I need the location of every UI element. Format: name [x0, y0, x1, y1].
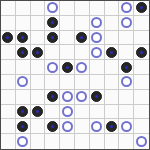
cell-r3c2[interactable]	[31, 45, 46, 60]
black-pearl-icon	[2, 32, 13, 43]
cell-r2c6[interactable]	[90, 31, 105, 46]
black-pearl-icon	[32, 106, 43, 117]
white-pearl-icon	[136, 136, 147, 147]
cell-r8c1[interactable]	[16, 119, 31, 134]
cell-r4c8[interactable]	[119, 60, 134, 75]
white-pearl-icon	[62, 121, 73, 132]
cell-r9c2[interactable]	[31, 134, 46, 149]
cell-r7c5[interactable]	[75, 105, 90, 120]
cell-r9c4[interactable]	[60, 134, 75, 149]
black-pearl-icon	[91, 91, 102, 102]
cell-r2c0[interactable]	[1, 31, 16, 46]
cell-r5c7[interactable]	[105, 75, 120, 90]
cell-r5c3[interactable]	[45, 75, 60, 90]
cell-r8c3[interactable]	[45, 119, 60, 134]
white-pearl-icon	[91, 17, 102, 28]
cell-r7c2[interactable]	[31, 105, 46, 120]
cell-r8c8[interactable]	[119, 119, 134, 134]
cell-r1c7[interactable]	[105, 16, 120, 31]
cell-r2c7[interactable]	[105, 31, 120, 46]
white-pearl-icon	[47, 62, 58, 73]
cell-r7c1[interactable]	[16, 105, 31, 120]
cell-r3c3[interactable]	[45, 45, 60, 60]
black-pearl-icon	[47, 121, 58, 132]
cell-r5c0[interactable]	[1, 75, 16, 90]
cell-r3c1[interactable]	[16, 45, 31, 60]
cell-r4c2[interactable]	[31, 60, 46, 75]
black-pearl-icon	[121, 62, 132, 73]
cell-r4c4[interactable]	[60, 60, 75, 75]
cell-r0c6[interactable]	[90, 1, 105, 16]
cell-r9c0[interactable]	[1, 134, 16, 149]
cell-r4c7[interactable]	[105, 60, 120, 75]
cell-r5c9[interactable]	[134, 75, 149, 90]
cell-r7c3[interactable]	[45, 105, 60, 120]
cell-r7c6[interactable]	[90, 105, 105, 120]
black-pearl-icon	[76, 32, 87, 43]
cell-r3c6[interactable]	[90, 45, 105, 60]
cell-r1c1[interactable]	[16, 16, 31, 31]
cell-r3c4[interactable]	[60, 45, 75, 60]
black-pearl-icon	[136, 47, 147, 58]
cell-r6c8[interactable]	[119, 90, 134, 105]
white-pearl-icon	[91, 47, 102, 58]
cell-r1c2[interactable]	[31, 16, 46, 31]
cell-r1c5[interactable]	[75, 16, 90, 31]
black-pearl-icon	[62, 62, 73, 73]
black-pearl-icon	[17, 47, 28, 58]
cell-r0c0[interactable]	[1, 1, 16, 16]
cell-r0c7[interactable]	[105, 1, 120, 16]
cell-r0c2[interactable]	[31, 1, 46, 16]
cell-r1c3[interactable]	[45, 16, 60, 31]
black-pearl-icon	[47, 91, 58, 102]
cell-r7c4[interactable]	[60, 105, 75, 120]
cell-r9c6[interactable]	[90, 134, 105, 149]
white-pearl-icon	[91, 32, 102, 43]
cell-r6c7[interactable]	[105, 90, 120, 105]
black-pearl-icon	[17, 32, 28, 43]
cell-r3c0[interactable]	[1, 45, 16, 60]
cell-r7c0[interactable]	[1, 105, 16, 120]
white-pearl-icon	[121, 121, 132, 132]
white-pearl-icon	[91, 121, 102, 132]
black-pearl-icon	[47, 17, 58, 28]
white-pearl-icon	[17, 136, 28, 147]
white-pearl-icon	[121, 2, 132, 13]
cell-r4c3[interactable]	[45, 60, 60, 75]
cell-r0c1[interactable]	[16, 1, 31, 16]
cell-r9c9[interactable]	[134, 134, 149, 149]
cell-r2c8[interactable]	[119, 31, 134, 46]
black-pearl-icon	[17, 121, 28, 132]
cell-r4c9[interactable]	[134, 60, 149, 75]
white-pearl-icon	[62, 91, 73, 102]
cell-r7c8[interactable]	[119, 105, 134, 120]
cell-r7c7[interactable]	[105, 105, 120, 120]
cell-r6c4[interactable]	[60, 90, 75, 105]
white-pearl-icon	[76, 62, 87, 73]
cell-r5c4[interactable]	[60, 75, 75, 90]
cell-r0c4[interactable]	[60, 1, 75, 16]
cell-r6c9[interactable]	[134, 90, 149, 105]
cell-r2c5[interactable]	[75, 31, 90, 46]
cell-r0c8[interactable]	[119, 1, 134, 16]
black-pearl-icon	[106, 121, 117, 132]
cell-r6c5[interactable]	[75, 90, 90, 105]
cell-r4c6[interactable]	[90, 60, 105, 75]
cell-r2c3[interactable]	[45, 31, 60, 46]
cell-r8c2[interactable]	[31, 119, 46, 134]
cell-r1c6[interactable]	[90, 16, 105, 31]
cell-r1c8[interactable]	[119, 16, 134, 31]
black-pearl-icon	[17, 106, 28, 117]
cell-r2c2[interactable]	[31, 31, 46, 46]
cell-r8c9[interactable]	[134, 119, 149, 134]
white-pearl-icon	[62, 106, 73, 117]
cell-r3c9[interactable]	[134, 45, 149, 60]
white-pearl-icon	[121, 17, 132, 28]
cell-r6c0[interactable]	[1, 90, 16, 105]
cell-r6c3[interactable]	[45, 90, 60, 105]
cell-r8c4[interactable]	[60, 119, 75, 134]
cell-r5c5[interactable]	[75, 75, 90, 90]
cell-r9c7[interactable]	[105, 134, 120, 149]
white-pearl-icon	[121, 76, 132, 87]
black-pearl-icon	[32, 47, 43, 58]
cell-r1c0[interactable]	[1, 16, 16, 31]
cell-r2c1[interactable]	[16, 31, 31, 46]
cell-r5c2[interactable]	[31, 75, 46, 90]
cell-r5c1[interactable]	[16, 75, 31, 90]
cell-r6c6[interactable]	[90, 90, 105, 105]
cell-r6c2[interactable]	[31, 90, 46, 105]
cell-r1c9[interactable]	[134, 16, 149, 31]
white-pearl-icon	[17, 76, 28, 87]
cell-r0c3[interactable]	[45, 1, 60, 16]
black-pearl-icon	[136, 2, 147, 13]
black-pearl-icon	[106, 47, 117, 58]
cell-r9c5[interactable]	[75, 134, 90, 149]
cell-r5c6[interactable]	[90, 75, 105, 90]
cell-r2c9[interactable]	[134, 31, 149, 46]
cell-r8c6[interactable]	[90, 119, 105, 134]
cell-r1c4[interactable]	[60, 16, 75, 31]
cell-r7c9[interactable]	[134, 105, 149, 120]
cell-r3c8[interactable]	[119, 45, 134, 60]
cell-r0c5[interactable]	[75, 1, 90, 16]
cell-r3c5[interactable]	[75, 45, 90, 60]
cell-r4c5[interactable]	[75, 60, 90, 75]
masyu-board	[0, 0, 150, 150]
cell-r8c0[interactable]	[1, 119, 16, 134]
cell-r2c4[interactable]	[60, 31, 75, 46]
cell-r0c9[interactable]	[134, 1, 149, 16]
cell-r3c7[interactable]	[105, 45, 120, 60]
cell-r4c1[interactable]	[16, 60, 31, 75]
white-pearl-icon	[76, 91, 87, 102]
cell-r4c0[interactable]	[1, 60, 16, 75]
cell-r6c1[interactable]	[16, 90, 31, 105]
cell-r9c8[interactable]	[119, 134, 134, 149]
cell-r8c7[interactable]	[105, 119, 120, 134]
cell-r9c1[interactable]	[16, 134, 31, 149]
cell-r9c3[interactable]	[45, 134, 60, 149]
black-pearl-icon	[47, 32, 58, 43]
cell-r5c8[interactable]	[119, 75, 134, 90]
white-pearl-icon	[47, 2, 58, 13]
cell-r8c5[interactable]	[75, 119, 90, 134]
